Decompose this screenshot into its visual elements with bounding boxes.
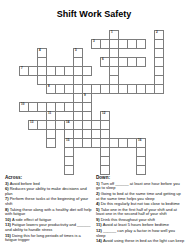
clue-item: 12) ______ can play a factor in how well…: [96, 229, 185, 238]
cell-number: 7: [21, 67, 23, 70]
cell-number: 2: [156, 31, 158, 34]
cell-r3c13[interactable]: [136, 57, 146, 67]
down-header: Down:: [96, 175, 185, 180]
cell-r15c9[interactable]: [100, 165, 110, 175]
clue-number: 1): [96, 181, 101, 186]
cell-number: 14: [66, 121, 69, 124]
cell-number: 4: [39, 49, 41, 52]
clue-item: 2) Going to bed at the same time and get…: [96, 192, 185, 201]
crossword-grid: 12345678910111213141516: [19, 30, 173, 175]
clue-item: 14) Avoid using these in bed as the ligh…: [96, 239, 185, 243]
down-clue-list: 1) Turn off ______ at least one hour bef…: [96, 182, 185, 243]
clue-number: 9): [96, 217, 101, 222]
cell-r15c5[interactable]: [64, 165, 74, 175]
clue-number: 13): [5, 222, 12, 227]
cell-number: 3: [93, 40, 95, 43]
cell-r12c3[interactable]: [46, 138, 56, 148]
clue-item: 15) Doing this for long periods of times…: [5, 234, 93, 243]
clue-number: 12): [96, 228, 103, 233]
clue-number: 11): [96, 222, 103, 227]
clue-number: 3): [5, 181, 10, 186]
cell-number: 13: [30, 121, 33, 124]
clue-item: 1) Turn off ______ at least one hour bef…: [96, 182, 185, 191]
clue-number: 8): [5, 207, 10, 212]
across-clues-section: Across: 3) Avoid before bed6) Reduces yo…: [5, 175, 93, 243]
across-clue-list: 3) Avoid before bed6) Reduces your abili…: [5, 182, 93, 243]
clue-item: 6) Reduces your ability to make decision…: [5, 187, 93, 196]
cell-r1c13[interactable]: [136, 39, 146, 49]
cell-number: 11: [48, 112, 51, 115]
down-clues-section: Down: 1) Turn off ______ at least one ho…: [96, 175, 185, 243]
clue-number: 14): [96, 238, 103, 243]
cell-r15c13[interactable]: [136, 165, 146, 175]
clue-item: 13) Fatigue lowers your productivity and…: [5, 223, 93, 232]
clue-number: 4): [96, 201, 101, 206]
cell-r4c7[interactable]: [82, 66, 92, 76]
cell-number: 15: [66, 139, 69, 142]
clue-number: 5): [96, 207, 101, 212]
cell-number: 10: [21, 103, 24, 106]
clue-number: 7): [5, 196, 10, 201]
across-header: Across:: [5, 175, 93, 180]
clue-item: 7) Perform these tasks at the beginning …: [5, 197, 93, 206]
clue-item: 5) Take one in the first half of your sh…: [96, 208, 185, 217]
clue-item: 8) Taking these along with a healthy die…: [5, 208, 93, 217]
cell-number: 6: [102, 58, 104, 61]
cell-number: 16: [138, 139, 141, 142]
cell-number: 12: [102, 112, 105, 115]
page-title: Shift Work Safety: [0, 9, 188, 19]
cell-number: 5: [75, 49, 77, 52]
clue-number: 2): [96, 191, 101, 196]
clue-number: 10): [5, 217, 12, 222]
clue-number: 15): [5, 233, 12, 238]
cell-number: 1: [111, 31, 113, 34]
cell-number: 9: [84, 94, 86, 97]
cell-number: 8: [48, 85, 50, 88]
clue-number: 6): [5, 186, 10, 191]
cell-r6c15[interactable]: [154, 84, 164, 94]
